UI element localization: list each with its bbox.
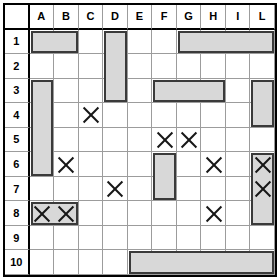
- row-header-3: 3: [5, 79, 30, 104]
- cell-F8[interactable]: [152, 201, 177, 226]
- cell-C8[interactable]: [79, 201, 104, 226]
- cell-I4[interactable]: [226, 103, 251, 128]
- cell-L1[interactable]: [250, 30, 275, 55]
- cell-E5[interactable]: [128, 128, 153, 153]
- cell-I9[interactable]: [226, 226, 251, 251]
- cell-F2[interactable]: [152, 54, 177, 79]
- cell-D8[interactable]: [103, 201, 128, 226]
- cell-A1[interactable]: [30, 30, 55, 55]
- cell-E7[interactable]: [128, 177, 153, 202]
- cell-A10[interactable]: [30, 250, 55, 275]
- row-header-1: 1: [5, 30, 30, 55]
- cell-L2[interactable]: [250, 54, 275, 79]
- cell-E3[interactable]: [128, 79, 153, 104]
- cell-H4[interactable]: [201, 103, 226, 128]
- cell-D4[interactable]: [103, 103, 128, 128]
- cell-C5[interactable]: [79, 128, 104, 153]
- column-header-F: F: [152, 5, 177, 30]
- row-header-5: 5: [5, 128, 30, 153]
- cell-L4[interactable]: [250, 103, 275, 128]
- cell-B9[interactable]: [54, 226, 79, 251]
- cell-F1[interactable]: [152, 30, 177, 55]
- cell-I5[interactable]: [226, 128, 251, 153]
- cell-F9[interactable]: [152, 226, 177, 251]
- cell-F7[interactable]: [152, 177, 177, 202]
- cell-H1[interactable]: [201, 30, 226, 55]
- cell-G6[interactable]: [177, 152, 202, 177]
- cell-B6[interactable]: [54, 152, 79, 177]
- cell-L5[interactable]: [250, 128, 275, 153]
- cell-D2[interactable]: [103, 54, 128, 79]
- column-header-D: D: [103, 5, 128, 30]
- cell-F4[interactable]: [152, 103, 177, 128]
- cell-L7[interactable]: [250, 177, 275, 202]
- cell-B8[interactable]: [54, 201, 79, 226]
- cell-G2[interactable]: [177, 54, 202, 79]
- cell-A6[interactable]: [30, 152, 55, 177]
- cell-C1[interactable]: [79, 30, 104, 55]
- cell-H8[interactable]: [201, 201, 226, 226]
- cell-B7[interactable]: [54, 177, 79, 202]
- cell-I7[interactable]: [226, 177, 251, 202]
- cell-G9[interactable]: [177, 226, 202, 251]
- cell-H3[interactable]: [201, 79, 226, 104]
- cell-I1[interactable]: [226, 30, 251, 55]
- cell-I3[interactable]: [226, 79, 251, 104]
- battleship-board-frame: ABCDEFGHIL12345678910: [0, 0, 280, 280]
- cell-A3[interactable]: [30, 79, 55, 104]
- cell-A7[interactable]: [30, 177, 55, 202]
- cell-F3[interactable]: [152, 79, 177, 104]
- row-header-10: 10: [5, 250, 30, 275]
- cell-E4[interactable]: [128, 103, 153, 128]
- cell-C4[interactable]: [79, 103, 104, 128]
- cell-D6[interactable]: [103, 152, 128, 177]
- column-header-C: C: [79, 5, 104, 30]
- cell-G3[interactable]: [177, 79, 202, 104]
- cell-D10[interactable]: [103, 250, 128, 275]
- cell-G5[interactable]: [177, 128, 202, 153]
- cell-I8[interactable]: [226, 201, 251, 226]
- row-header-6: 6: [5, 152, 30, 177]
- cell-C10[interactable]: [79, 250, 104, 275]
- cell-G4[interactable]: [177, 103, 202, 128]
- cell-E8[interactable]: [128, 201, 153, 226]
- cell-D3[interactable]: [103, 79, 128, 104]
- cell-L10[interactable]: [250, 250, 275, 275]
- cell-A2[interactable]: [30, 54, 55, 79]
- column-header-L: L: [250, 5, 275, 30]
- cell-D5[interactable]: [103, 128, 128, 153]
- row-header-9: 9: [5, 226, 30, 251]
- cell-I6[interactable]: [226, 152, 251, 177]
- cell-F10[interactable]: [152, 250, 177, 275]
- cell-H5[interactable]: [201, 128, 226, 153]
- cell-F5[interactable]: [152, 128, 177, 153]
- cell-G1[interactable]: [177, 30, 202, 55]
- cell-L6[interactable]: [250, 152, 275, 177]
- cell-C3[interactable]: [79, 79, 104, 104]
- row-header-8: 8: [5, 201, 30, 226]
- cell-G8[interactable]: [177, 201, 202, 226]
- cell-H9[interactable]: [201, 226, 226, 251]
- row-header-4: 4: [5, 103, 30, 128]
- cell-D1[interactable]: [103, 30, 128, 55]
- cell-H10[interactable]: [201, 250, 226, 275]
- row-header-2: 2: [5, 54, 30, 79]
- cell-E6[interactable]: [128, 152, 153, 177]
- column-header-A: A: [30, 5, 55, 30]
- cell-E9[interactable]: [128, 226, 153, 251]
- cell-B4[interactable]: [54, 103, 79, 128]
- cell-A9[interactable]: [30, 226, 55, 251]
- cell-B3[interactable]: [54, 79, 79, 104]
- battleship-grid: ABCDEFGHIL12345678910: [3, 3, 277, 277]
- cell-L3[interactable]: [250, 79, 275, 104]
- cell-B10[interactable]: [54, 250, 79, 275]
- cell-B5[interactable]: [54, 128, 79, 153]
- cell-E2[interactable]: [128, 54, 153, 79]
- cell-C2[interactable]: [79, 54, 104, 79]
- cell-G7[interactable]: [177, 177, 202, 202]
- cell-C6[interactable]: [79, 152, 104, 177]
- cell-H7[interactable]: [201, 177, 226, 202]
- cell-D9[interactable]: [103, 226, 128, 251]
- row-header-7: 7: [5, 177, 30, 202]
- cell-A4[interactable]: [30, 103, 55, 128]
- cell-F6[interactable]: [152, 152, 177, 177]
- cell-E10[interactable]: [128, 250, 153, 275]
- cell-L8[interactable]: [250, 201, 275, 226]
- cell-G10[interactable]: [177, 250, 202, 275]
- cell-D7[interactable]: [103, 177, 128, 202]
- column-header-B: B: [54, 5, 79, 30]
- column-header-H: H: [201, 5, 226, 30]
- cell-I2[interactable]: [226, 54, 251, 79]
- cell-H2[interactable]: [201, 54, 226, 79]
- cell-I10[interactable]: [226, 250, 251, 275]
- corner-cell: [5, 5, 30, 30]
- cell-B1[interactable]: [54, 30, 79, 55]
- cell-C9[interactable]: [79, 226, 104, 251]
- column-header-G: G: [177, 5, 202, 30]
- cell-C7[interactable]: [79, 177, 104, 202]
- cell-B2[interactable]: [54, 54, 79, 79]
- column-header-I: I: [226, 5, 251, 30]
- cell-H6[interactable]: [201, 152, 226, 177]
- cell-A8[interactable]: [30, 201, 55, 226]
- cell-A5[interactable]: [30, 128, 55, 153]
- column-header-E: E: [128, 5, 153, 30]
- cell-E1[interactable]: [128, 30, 153, 55]
- cell-L9[interactable]: [250, 226, 275, 251]
